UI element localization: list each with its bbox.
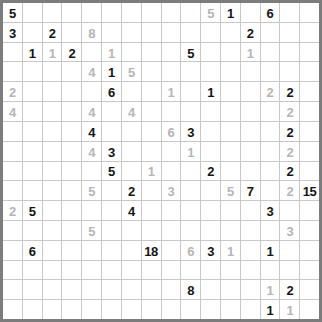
cell-r8c6[interactable]: 3 — [102, 142, 121, 161]
cell-r13c4[interactable] — [62, 241, 81, 260]
cell-r1c10[interactable] — [181, 3, 200, 22]
cell-r11c10[interactable] — [181, 201, 200, 220]
cell-r7c3[interactable] — [43, 122, 62, 141]
cell-r4c8[interactable] — [142, 62, 161, 81]
cell-r5c14[interactable]: 2 — [261, 82, 280, 101]
cell-r8c8[interactable] — [142, 142, 161, 161]
cell-r5c11[interactable]: 1 — [201, 82, 220, 101]
cell-r14c3[interactable] — [43, 261, 62, 280]
cell-r4c6[interactable]: 1 — [102, 62, 121, 81]
cell-r15c6[interactable] — [102, 280, 121, 299]
cell-r14c1[interactable] — [3, 261, 22, 280]
cell-r16c14[interactable]: 1 — [261, 300, 280, 319]
cell-r9c5[interactable] — [82, 162, 101, 181]
cell-r15c14[interactable]: 1 — [261, 280, 280, 299]
cell-r14c16[interactable] — [300, 261, 319, 280]
cell-r9c11[interactable]: 2 — [201, 162, 220, 181]
cell-r5c12[interactable] — [221, 82, 240, 101]
cell-r14c8[interactable] — [142, 261, 161, 280]
cell-r3c4[interactable]: 2 — [62, 43, 81, 62]
cell-r14c15[interactable] — [280, 261, 299, 280]
cell-r6c12[interactable] — [221, 102, 240, 121]
cell-r3c11[interactable] — [201, 43, 220, 62]
cell-r1c13[interactable] — [241, 3, 260, 22]
cell-r6c14[interactable] — [261, 102, 280, 121]
cell-r3c8[interactable] — [142, 43, 161, 62]
cell-r11c5[interactable] — [82, 201, 101, 220]
cell-r12c6[interactable] — [102, 221, 121, 240]
cell-r4c15[interactable] — [280, 62, 299, 81]
cell-r10c12[interactable]: 5 — [221, 181, 240, 200]
cell-r11c2[interactable]: 5 — [23, 201, 42, 220]
cell-r2c16[interactable] — [300, 23, 319, 42]
cell-r13c10[interactable]: 6 — [181, 241, 200, 260]
cell-r4c10[interactable] — [181, 62, 200, 81]
cell-r16c2[interactable] — [23, 300, 42, 319]
cell-r8c5[interactable]: 4 — [82, 142, 101, 161]
cell-r4c4[interactable] — [62, 62, 81, 81]
cell-r5c13[interactable] — [241, 82, 260, 101]
cell-r11c4[interactable] — [62, 201, 81, 220]
cell-r8c15[interactable]: 2 — [280, 142, 299, 161]
cell-r11c6[interactable] — [102, 201, 121, 220]
cell-r14c2[interactable] — [23, 261, 42, 280]
cell-r12c10[interactable] — [181, 221, 200, 240]
cell-r15c2[interactable] — [23, 280, 42, 299]
cell-r6c10[interactable] — [181, 102, 200, 121]
cell-r5c16[interactable] — [300, 82, 319, 101]
cell-r6c8[interactable] — [142, 102, 161, 121]
cell-r15c11[interactable] — [201, 280, 220, 299]
cell-r10c13[interactable]: 7 — [241, 181, 260, 200]
cell-r16c13[interactable] — [241, 300, 260, 319]
cell-r15c4[interactable] — [62, 280, 81, 299]
cell-r2c11[interactable] — [201, 23, 220, 42]
cell-r16c4[interactable] — [62, 300, 81, 319]
cell-r9c9[interactable] — [162, 162, 181, 181]
cell-r11c11[interactable] — [201, 201, 220, 220]
cell-r7c12[interactable] — [221, 122, 240, 141]
cell-r7c5[interactable]: 4 — [82, 122, 101, 141]
cell-r16c16[interactable] — [300, 300, 319, 319]
cell-r2c15[interactable] — [280, 23, 299, 42]
cell-r10c8[interactable] — [142, 181, 161, 200]
cell-r9c16[interactable] — [300, 162, 319, 181]
cell-r16c12[interactable] — [221, 300, 240, 319]
cell-r2c13[interactable]: 2 — [241, 23, 260, 42]
cell-r7c9[interactable]: 6 — [162, 122, 181, 141]
cell-r13c8[interactable]: 18 — [142, 241, 161, 260]
puzzle-page: 5516328211215141526112244424632431251225… — [0, 0, 322, 322]
cell-r5c15[interactable]: 2 — [280, 82, 299, 101]
cell-r7c16[interactable] — [300, 122, 319, 141]
cell-r15c12[interactable] — [221, 280, 240, 299]
cell-r5c3[interactable] — [43, 82, 62, 101]
cell-r15c16[interactable] — [300, 280, 319, 299]
cell-r6c11[interactable] — [201, 102, 220, 121]
cell-r14c14[interactable] — [261, 261, 280, 280]
cell-r7c7[interactable] — [122, 122, 141, 141]
cell-r12c2[interactable] — [23, 221, 42, 240]
cell-r12c5[interactable]: 5 — [82, 221, 101, 240]
cell-r4c16[interactable] — [300, 62, 319, 81]
cell-r16c8[interactable] — [142, 300, 161, 319]
cell-r11c14[interactable]: 3 — [261, 201, 280, 220]
cell-r2c10[interactable] — [181, 23, 200, 42]
cell-r7c1[interactable] — [3, 122, 22, 141]
cell-r1c11[interactable]: 5 — [201, 3, 220, 22]
cell-r12c1[interactable] — [3, 221, 22, 240]
cell-r15c3[interactable] — [43, 280, 62, 299]
cell-r8c4[interactable] — [62, 142, 81, 161]
cell-r11c8[interactable] — [142, 201, 161, 220]
cell-r12c8[interactable] — [142, 221, 161, 240]
cell-r6c4[interactable] — [62, 102, 81, 121]
cell-r4c12[interactable] — [221, 62, 240, 81]
cell-r12c15[interactable]: 3 — [280, 221, 299, 240]
cell-r4c1[interactable] — [3, 62, 22, 81]
cell-r2c7[interactable] — [122, 23, 141, 42]
cell-r5c6[interactable]: 6 — [102, 82, 121, 101]
cell-r1c6[interactable] — [102, 3, 121, 22]
cell-r11c3[interactable] — [43, 201, 62, 220]
cell-r9c6[interactable]: 5 — [102, 162, 121, 181]
cell-r13c15[interactable] — [280, 241, 299, 260]
cell-r4c5[interactable]: 4 — [82, 62, 101, 81]
cell-r8c2[interactable] — [23, 142, 42, 161]
cell-r13c9[interactable] — [162, 241, 181, 260]
cell-r2c1[interactable]: 3 — [3, 23, 22, 42]
cell-r2c14[interactable] — [261, 23, 280, 42]
cell-r15c15[interactable]: 2 — [280, 280, 299, 299]
cell-r13c11[interactable]: 3 — [201, 241, 220, 260]
cell-r3c13[interactable]: 1 — [241, 43, 260, 62]
cell-r8c9[interactable] — [162, 142, 181, 161]
cell-r5c9[interactable]: 1 — [162, 82, 181, 101]
cell-r1c3[interactable] — [43, 3, 62, 22]
cell-r6c15[interactable]: 2 — [280, 102, 299, 121]
cell-r14c10[interactable] — [181, 261, 200, 280]
cell-r9c4[interactable] — [62, 162, 81, 181]
cell-r12c3[interactable] — [43, 221, 62, 240]
cell-r4c11[interactable] — [201, 62, 220, 81]
cell-r15c1[interactable] — [3, 280, 22, 299]
cell-r1c14[interactable]: 6 — [261, 3, 280, 22]
cell-r4c9[interactable] — [162, 62, 181, 81]
cell-r6c1[interactable]: 4 — [3, 102, 22, 121]
cell-r16c15[interactable]: 1 — [280, 300, 299, 319]
cell-r1c16[interactable] — [300, 3, 319, 22]
cell-r9c13[interactable] — [241, 162, 260, 181]
cell-r3c7[interactable] — [122, 43, 141, 62]
cell-r8c13[interactable] — [241, 142, 260, 161]
cell-r1c2[interactable] — [23, 3, 42, 22]
cell-r15c5[interactable] — [82, 280, 101, 299]
cell-r4c3[interactable] — [43, 62, 62, 81]
cell-r10c16[interactable]: 15 — [300, 181, 319, 200]
cell-r13c2[interactable]: 6 — [23, 241, 42, 260]
cell-r14c4[interactable] — [62, 261, 81, 280]
cell-r1c12[interactable]: 1 — [221, 3, 240, 22]
cell-r10c3[interactable] — [43, 181, 62, 200]
cell-r1c7[interactable] — [122, 3, 141, 22]
cell-r16c9[interactable] — [162, 300, 181, 319]
cell-r9c10[interactable] — [181, 162, 200, 181]
cell-r13c6[interactable] — [102, 241, 121, 260]
cell-r16c11[interactable] — [201, 300, 220, 319]
cell-r4c7[interactable]: 5 — [122, 62, 141, 81]
cell-r5c10[interactable] — [181, 82, 200, 101]
puzzle-board: 5516328211215141526112244424632431251225… — [0, 0, 322, 322]
cell-r9c15[interactable]: 2 — [280, 162, 299, 181]
cell-r16c3[interactable] — [43, 300, 62, 319]
cell-r3c10[interactable]: 5 — [181, 43, 200, 62]
cell-r10c15[interactable]: 2 — [280, 181, 299, 200]
cell-r2c12[interactable] — [221, 23, 240, 42]
cell-r13c5[interactable] — [82, 241, 101, 260]
cell-r12c7[interactable] — [122, 221, 141, 240]
cell-r11c1[interactable]: 2 — [3, 201, 22, 220]
cell-r15c9[interactable] — [162, 280, 181, 299]
cell-r7c2[interactable] — [23, 122, 42, 141]
cell-r3c14[interactable] — [261, 43, 280, 62]
cell-r10c6[interactable] — [102, 181, 121, 200]
cell-r16c5[interactable] — [82, 300, 101, 319]
cell-r2c6[interactable] — [102, 23, 121, 42]
cell-r10c1[interactable] — [3, 181, 22, 200]
cell-r2c3[interactable]: 2 — [43, 23, 62, 42]
cell-r12c9[interactable] — [162, 221, 181, 240]
cell-r7c15[interactable]: 2 — [280, 122, 299, 141]
cell-r8c16[interactable] — [300, 142, 319, 161]
cell-r14c12[interactable] — [221, 261, 240, 280]
cell-r8c14[interactable] — [261, 142, 280, 161]
cell-r9c14[interactable] — [261, 162, 280, 181]
cell-r11c9[interactable] — [162, 201, 181, 220]
cell-r10c14[interactable] — [261, 181, 280, 200]
cell-r16c6[interactable] — [102, 300, 121, 319]
cell-r5c2[interactable] — [23, 82, 42, 101]
cell-r3c12[interactable] — [221, 43, 240, 62]
cell-r12c4[interactable] — [62, 221, 81, 240]
cell-r10c5[interactable]: 5 — [82, 181, 101, 200]
cell-r8c12[interactable] — [221, 142, 240, 161]
cell-r14c5[interactable] — [82, 261, 101, 280]
cell-r12c14[interactable] — [261, 221, 280, 240]
cell-r10c4[interactable] — [62, 181, 81, 200]
cell-r7c4[interactable] — [62, 122, 81, 141]
cell-r4c13[interactable] — [241, 62, 260, 81]
cell-r5c1[interactable]: 2 — [3, 82, 22, 101]
cell-r3c2[interactable]: 1 — [23, 43, 42, 62]
cell-r3c9[interactable] — [162, 43, 181, 62]
cell-r13c7[interactable] — [122, 241, 141, 260]
cell-r4c2[interactable] — [23, 62, 42, 81]
cell-r10c2[interactable] — [23, 181, 42, 200]
cell-r4c14[interactable] — [261, 62, 280, 81]
cell-r1c1[interactable]: 5 — [3, 3, 22, 22]
cell-r14c7[interactable] — [122, 261, 141, 280]
cell-r15c10[interactable]: 8 — [181, 280, 200, 299]
cell-r16c10[interactable] — [181, 300, 200, 319]
cell-r9c1[interactable] — [3, 162, 22, 181]
cell-r12c11[interactable] — [201, 221, 220, 240]
cell-r14c9[interactable] — [162, 261, 181, 280]
cell-r8c7[interactable] — [122, 142, 141, 161]
cell-r5c5[interactable] — [82, 82, 101, 101]
cell-r3c5[interactable] — [82, 43, 101, 62]
cell-r6c3[interactable] — [43, 102, 62, 121]
cell-r15c8[interactable] — [142, 280, 161, 299]
cell-r1c9[interactable] — [162, 3, 181, 22]
cell-r9c7[interactable] — [122, 162, 141, 181]
cell-r7c8[interactable] — [142, 122, 161, 141]
cell-r7c11[interactable] — [201, 122, 220, 141]
cell-r10c10[interactable] — [181, 181, 200, 200]
cell-r13c1[interactable] — [3, 241, 22, 260]
cell-r14c13[interactable] — [241, 261, 260, 280]
cell-r1c8[interactable] — [142, 3, 161, 22]
cell-r14c6[interactable] — [102, 261, 121, 280]
cell-r8c1[interactable] — [3, 142, 22, 161]
cell-r11c13[interactable] — [241, 201, 260, 220]
cell-r1c15[interactable] — [280, 3, 299, 22]
cell-r11c12[interactable] — [221, 201, 240, 220]
cell-r6c13[interactable] — [241, 102, 260, 121]
cell-r12c12[interactable] — [221, 221, 240, 240]
cell-r7c6[interactable] — [102, 122, 121, 141]
cell-r16c1[interactable] — [3, 300, 22, 319]
cell-r2c4[interactable] — [62, 23, 81, 42]
cell-r15c7[interactable] — [122, 280, 141, 299]
cell-r8c11[interactable] — [201, 142, 220, 161]
cell-r2c8[interactable] — [142, 23, 161, 42]
cell-r7c13[interactable] — [241, 122, 260, 141]
cell-r5c8[interactable] — [142, 82, 161, 101]
cell-r2c9[interactable] — [162, 23, 181, 42]
cell-r13c16[interactable] — [300, 241, 319, 260]
cell-r9c12[interactable] — [221, 162, 240, 181]
cell-r6c5[interactable]: 4 — [82, 102, 101, 121]
cell-r6c7[interactable]: 4 — [122, 102, 141, 121]
cell-r13c13[interactable] — [241, 241, 260, 260]
cell-r5c7[interactable] — [122, 82, 141, 101]
cell-r13c14[interactable]: 1 — [261, 241, 280, 260]
cell-r3c1[interactable] — [3, 43, 22, 62]
cell-r7c14[interactable] — [261, 122, 280, 141]
cell-r1c4[interactable] — [62, 3, 81, 22]
cell-r15c13[interactable] — [241, 280, 260, 299]
cell-r9c3[interactable] — [43, 162, 62, 181]
cell-r12c16[interactable] — [300, 221, 319, 240]
cell-r16c7[interactable] — [122, 300, 141, 319]
cell-r11c7[interactable]: 4 — [122, 201, 141, 220]
cell-r10c9[interactable]: 3 — [162, 181, 181, 200]
cell-r2c2[interactable] — [23, 23, 42, 42]
cell-r6c2[interactable] — [23, 102, 42, 121]
cell-r9c2[interactable] — [23, 162, 42, 181]
cell-r3c6[interactable]: 1 — [102, 43, 121, 62]
cell-r3c3[interactable]: 1 — [43, 43, 62, 62]
cell-r3c15[interactable] — [280, 43, 299, 62]
cell-r3c16[interactable] — [300, 43, 319, 62]
cell-r12c13[interactable] — [241, 221, 260, 240]
cell-r11c16[interactable] — [300, 201, 319, 220]
cell-r6c16[interactable] — [300, 102, 319, 121]
cell-r13c12[interactable]: 1 — [221, 241, 240, 260]
cell-r1c5[interactable] — [82, 3, 101, 22]
cell-r9c8[interactable]: 1 — [142, 162, 161, 181]
cell-r6c9[interactable] — [162, 102, 181, 121]
cell-r11c15[interactable] — [280, 201, 299, 220]
cell-r7c10[interactable]: 3 — [181, 122, 200, 141]
cell-r2c5[interactable]: 8 — [82, 23, 101, 42]
cell-r5c4[interactable] — [62, 82, 81, 101]
cell-r10c11[interactable] — [201, 181, 220, 200]
cell-r10c7[interactable]: 2 — [122, 181, 141, 200]
cell-r8c3[interactable] — [43, 142, 62, 161]
cell-r8c10[interactable]: 1 — [181, 142, 200, 161]
cell-r14c11[interactable] — [201, 261, 220, 280]
cell-r6c6[interactable] — [102, 102, 121, 121]
cell-r13c3[interactable] — [43, 241, 62, 260]
